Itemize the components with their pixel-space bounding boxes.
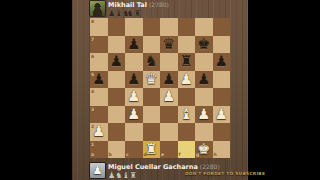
black-pawn[interactable]: ♟ — [195, 71, 213, 89]
square-a8[interactable]: 8 — [90, 18, 108, 36]
square-d4[interactable] — [143, 88, 161, 106]
square-h5[interactable] — [213, 71, 231, 89]
black-pawn[interactable]: ♟ — [125, 71, 143, 89]
square-b2[interactable] — [108, 123, 126, 141]
black-pawn[interactable]: ♟ — [213, 53, 231, 71]
rank-label-8: 8 — [91, 19, 94, 24]
white-bishop[interactable]: ♝ — [178, 106, 196, 124]
square-c8[interactable] — [125, 18, 143, 36]
file-label-a: a — [91, 152, 94, 157]
square-f5[interactable]: ♟ — [178, 71, 196, 89]
square-a3[interactable]: 3 — [90, 106, 108, 124]
white-pawn[interactable]: ♟ — [160, 88, 178, 106]
rank-label-6: 6 — [91, 54, 94, 59]
square-f1[interactable]: f — [178, 141, 196, 159]
square-e2[interactable] — [160, 123, 178, 141]
white-pawn[interactable]: ♟ — [90, 123, 108, 141]
square-g5[interactable]: ♟ — [195, 71, 213, 89]
square-c7[interactable]: ♟ — [125, 36, 143, 54]
square-g2[interactable] — [195, 123, 213, 141]
square-g1[interactable]: g♚ — [195, 141, 213, 159]
bottom-player-name-text: Miguel Cuellar Gacharna — [108, 163, 198, 171]
subscribe-watermark: DON'T FORGET TO SUBSCRIBE — [185, 171, 247, 176]
black-queen[interactable]: ♛ — [160, 36, 178, 54]
square-h8[interactable] — [213, 18, 231, 36]
square-a5[interactable]: 5♟ — [90, 71, 108, 89]
square-b6[interactable]: ♟ — [108, 53, 126, 71]
square-f2[interactable] — [178, 123, 196, 141]
black-king[interactable]: ♚ — [195, 36, 213, 54]
square-c2[interactable] — [125, 123, 143, 141]
white-pawn[interactable]: ♟ — [178, 71, 196, 89]
square-h7[interactable] — [213, 36, 231, 54]
square-g7[interactable]: ♚ — [195, 36, 213, 54]
black-pawn[interactable]: ♟ — [160, 71, 178, 89]
square-b5[interactable] — [108, 71, 126, 89]
white-pawn[interactable]: ♟ — [213, 106, 231, 124]
rank-label-7: 7 — [91, 37, 94, 42]
square-c3[interactable]: ♟ — [125, 106, 143, 124]
square-d2[interactable] — [143, 123, 161, 141]
top-player-panel: Mikhail Tal(2780) ♟♝♞♞♜ — [90, 1, 169, 18]
square-d6[interactable]: ♞ — [143, 53, 161, 71]
square-g4[interactable] — [195, 88, 213, 106]
white-king[interactable]: ♚ — [195, 141, 213, 159]
wood-background: Mikhail Tal(2780) ♟♝♞♞♜ 87♟♛♚6♟♞♜♟5♟♟♛♟♟… — [72, 0, 248, 180]
square-b7[interactable] — [108, 36, 126, 54]
square-g6[interactable] — [195, 53, 213, 71]
square-h3[interactable]: ♟ — [213, 106, 231, 124]
square-h1[interactable]: h — [213, 141, 231, 159]
top-player-name-text: Mikhail Tal — [108, 1, 147, 9]
white-pawn[interactable]: ♟ — [195, 106, 213, 124]
white-pawn[interactable]: ♟ — [125, 106, 143, 124]
square-a7[interactable]: 7 — [90, 36, 108, 54]
top-player-rating: (2780) — [149, 1, 169, 8]
top-player-name: Mikhail Tal(2780) — [108, 1, 169, 9]
square-c5[interactable]: ♟ — [125, 71, 143, 89]
top-player-avatar — [90, 1, 105, 16]
square-h2[interactable] — [213, 123, 231, 141]
file-label-e: e — [161, 152, 164, 157]
square-g8[interactable] — [195, 18, 213, 36]
square-a4[interactable]: 4 — [90, 88, 108, 106]
captured-knight-icon: ♞ — [127, 9, 134, 18]
black-rook[interactable]: ♜ — [178, 53, 196, 71]
file-label-c: c — [126, 152, 129, 157]
white-queen[interactable]: ♛ — [143, 71, 161, 89]
black-pawn[interactable]: ♟ — [108, 53, 126, 71]
square-d8[interactable] — [143, 18, 161, 36]
square-d3[interactable] — [143, 106, 161, 124]
bottom-player-rating: (2280) — [200, 163, 220, 170]
white-rook[interactable]: ♜ — [143, 141, 161, 159]
chess-board[interactable]: 87♟♛♚6♟♞♜♟5♟♟♛♟♟♟4♟♟3♟♝♟♟2♟1abcd♜efg♚h — [90, 18, 230, 158]
square-g3[interactable]: ♟ — [195, 106, 213, 124]
black-pawn[interactable]: ♟ — [125, 36, 143, 54]
captured-rook-icon: ♜ — [134, 9, 141, 18]
square-b3[interactable] — [108, 106, 126, 124]
file-label-h: h — [214, 152, 217, 157]
top-captured-pieces: ♟♝♞♞♜ — [108, 9, 169, 18]
captured-bishop-icon: ♝ — [122, 171, 129, 180]
bottom-player-avatar: ♟ — [90, 163, 105, 178]
bottom-player-name: Miguel Cuellar Gacharna(2280) — [108, 163, 220, 171]
captured-rook-icon: ♜ — [130, 171, 137, 180]
square-e6[interactable] — [160, 53, 178, 71]
square-b8[interactable] — [108, 18, 126, 36]
square-a6[interactable]: 6 — [90, 53, 108, 71]
white-pawn-avatar-icon: ♟ — [93, 165, 103, 176]
square-d5[interactable]: ♛ — [143, 71, 161, 89]
square-e8[interactable] — [160, 18, 178, 36]
square-a1[interactable]: 1a — [90, 141, 108, 159]
square-f6[interactable]: ♜ — [178, 53, 196, 71]
file-label-b: b — [109, 152, 112, 157]
square-e7[interactable]: ♛ — [160, 36, 178, 54]
square-f3[interactable]: ♝ — [178, 106, 196, 124]
black-pawn[interactable]: ♟ — [90, 71, 108, 89]
black-knight[interactable]: ♞ — [143, 53, 161, 71]
square-h6[interactable]: ♟ — [213, 53, 231, 71]
square-e4[interactable]: ♟ — [160, 88, 178, 106]
rank-label-3: 3 — [91, 107, 94, 112]
square-b4[interactable] — [108, 88, 126, 106]
square-d1[interactable]: d♜ — [143, 141, 161, 159]
square-d7[interactable] — [143, 36, 161, 54]
square-e3[interactable] — [160, 106, 178, 124]
square-a2[interactable]: 2♟ — [90, 123, 108, 141]
white-pawn[interactable]: ♟ — [125, 88, 143, 106]
square-e5[interactable]: ♟ — [160, 71, 178, 89]
square-f7[interactable] — [178, 36, 196, 54]
square-c1[interactable]: c — [125, 141, 143, 159]
file-label-f: f — [179, 152, 181, 157]
square-e1[interactable]: e — [160, 141, 178, 159]
rank-label-4: 4 — [91, 89, 94, 94]
square-h4[interactable] — [213, 88, 231, 106]
square-c4[interactable]: ♟ — [125, 88, 143, 106]
square-f4[interactable] — [178, 88, 196, 106]
square-f8[interactable] — [178, 18, 196, 36]
video-frame: Mikhail Tal(2780) ♟♝♞♞♜ 87♟♛♚6♟♞♜♟5♟♟♛♟♟… — [0, 0, 320, 180]
square-b1[interactable]: b — [108, 141, 126, 159]
rank-label-1: 1 — [91, 142, 94, 147]
square-c6[interactable] — [125, 53, 143, 71]
